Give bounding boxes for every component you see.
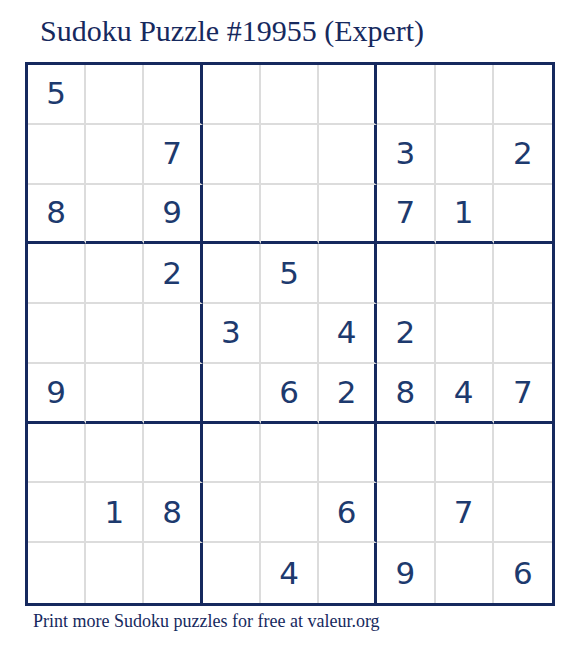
given-digit: 9	[396, 558, 416, 589]
cell-r3c2[interactable]	[86, 185, 144, 245]
cell-r4c2[interactable]	[86, 244, 144, 304]
cell-r7c4[interactable]	[203, 424, 261, 484]
cell-r6c2[interactable]	[86, 364, 144, 424]
cell-r6c9[interactable]: 7	[494, 364, 552, 424]
given-digit: 5	[279, 258, 299, 289]
given-digit: 7	[513, 377, 533, 408]
cell-r1c9[interactable]	[494, 65, 552, 125]
cell-r3c1[interactable]: 8	[28, 185, 86, 245]
cell-r3c9[interactable]	[494, 185, 552, 245]
cell-r8c7[interactable]	[377, 483, 435, 543]
given-digit: 7	[396, 197, 416, 228]
cell-r7c9[interactable]	[494, 424, 552, 484]
given-digit: 8	[396, 377, 416, 408]
cell-r9c9[interactable]: 6	[494, 543, 552, 603]
cell-r5c9[interactable]	[494, 304, 552, 364]
cell-r5c1[interactable]	[28, 304, 86, 364]
cell-r6c5[interactable]: 6	[261, 364, 319, 424]
cell-r9c1[interactable]	[28, 543, 86, 603]
cell-r9c5[interactable]: 4	[261, 543, 319, 603]
cell-r1c7[interactable]	[377, 65, 435, 125]
cell-r9c2[interactable]	[86, 543, 144, 603]
cell-r5c6[interactable]: 4	[319, 304, 377, 364]
cell-r1c1[interactable]: 5	[28, 65, 86, 125]
given-digit: 9	[162, 197, 182, 228]
cell-r5c3[interactable]	[144, 304, 202, 364]
cell-r4c5[interactable]: 5	[261, 244, 319, 304]
cell-r7c8[interactable]	[436, 424, 494, 484]
cell-r2c8[interactable]	[436, 125, 494, 185]
cell-r7c1[interactable]	[28, 424, 86, 484]
given-digit: 4	[337, 317, 357, 348]
cell-r2c3[interactable]: 7	[144, 125, 202, 185]
cell-r4c9[interactable]	[494, 244, 552, 304]
cell-r4c1[interactable]	[28, 244, 86, 304]
cell-r3c3[interactable]: 9	[144, 185, 202, 245]
cell-r6c4[interactable]	[203, 364, 261, 424]
cell-r8c6[interactable]: 6	[319, 483, 377, 543]
given-digit: 4	[279, 558, 299, 589]
cell-r4c7[interactable]	[377, 244, 435, 304]
cell-r4c4[interactable]	[203, 244, 261, 304]
cell-r3c6[interactable]	[319, 185, 377, 245]
cell-r4c8[interactable]	[436, 244, 494, 304]
given-digit: 1	[104, 497, 124, 528]
cell-r5c8[interactable]	[436, 304, 494, 364]
cell-r9c4[interactable]	[203, 543, 261, 603]
cell-r8c1[interactable]	[28, 483, 86, 543]
cell-r9c3[interactable]	[144, 543, 202, 603]
cell-r5c2[interactable]	[86, 304, 144, 364]
cell-r7c3[interactable]	[144, 424, 202, 484]
given-digit: 5	[46, 78, 66, 109]
cell-r2c7[interactable]: 3	[377, 125, 435, 185]
cell-r1c8[interactable]	[436, 65, 494, 125]
given-digit: 2	[337, 377, 357, 408]
given-digit: 6	[337, 497, 357, 528]
given-digit: 2	[162, 258, 182, 289]
given-digit: 2	[513, 138, 533, 169]
given-digit: 8	[46, 197, 66, 228]
given-digit: 8	[162, 497, 182, 528]
cell-r1c3[interactable]	[144, 65, 202, 125]
given-digit: 7	[454, 497, 474, 528]
cell-r8c8[interactable]: 7	[436, 483, 494, 543]
cell-r5c4[interactable]: 3	[203, 304, 261, 364]
cell-r4c6[interactable]	[319, 244, 377, 304]
cell-r9c6[interactable]	[319, 543, 377, 603]
cell-r6c7[interactable]: 8	[377, 364, 435, 424]
sudoku-grid: 57328971253429628471867496	[25, 62, 555, 606]
given-digit: 6	[279, 377, 299, 408]
cell-r8c9[interactable]	[494, 483, 552, 543]
given-digit: 1	[454, 197, 474, 228]
given-digit: 6	[513, 558, 533, 589]
cell-r8c3[interactable]: 8	[144, 483, 202, 543]
cell-r6c6[interactable]: 2	[319, 364, 377, 424]
cell-r7c6[interactable]	[319, 424, 377, 484]
cell-r8c5[interactable]	[261, 483, 319, 543]
cell-r3c8[interactable]: 1	[436, 185, 494, 245]
cell-r7c7[interactable]	[377, 424, 435, 484]
cell-r2c5[interactable]	[261, 125, 319, 185]
page: Sudoku Puzzle #19955 (Expert) 5732897125…	[0, 0, 580, 651]
footer-credit: Print more Sudoku puzzles for free at va…	[33, 611, 380, 632]
cell-r2c6[interactable]	[319, 125, 377, 185]
cell-r6c1[interactable]: 9	[28, 364, 86, 424]
cell-r5c5[interactable]	[261, 304, 319, 364]
given-digit: 3	[221, 317, 241, 348]
cell-r7c2[interactable]	[86, 424, 144, 484]
cell-r9c8[interactable]	[436, 543, 494, 603]
cell-r4c3[interactable]: 2	[144, 244, 202, 304]
cell-r2c9[interactable]: 2	[494, 125, 552, 185]
given-digit: 7	[162, 138, 182, 169]
given-digit: 4	[454, 377, 474, 408]
cell-r8c4[interactable]	[203, 483, 261, 543]
cell-r1c2[interactable]	[86, 65, 144, 125]
cell-r3c5[interactable]	[261, 185, 319, 245]
cell-r8c2[interactable]: 1	[86, 483, 144, 543]
cell-r1c4[interactable]	[203, 65, 261, 125]
given-digit: 3	[396, 138, 416, 169]
cell-r1c5[interactable]	[261, 65, 319, 125]
cell-r6c3[interactable]	[144, 364, 202, 424]
cell-r5c7[interactable]: 2	[377, 304, 435, 364]
cell-r2c4[interactable]	[203, 125, 261, 185]
cell-r6c8[interactable]: 4	[436, 364, 494, 424]
cell-r3c4[interactable]	[203, 185, 261, 245]
page-title: Sudoku Puzzle #19955 (Expert)	[40, 14, 424, 48]
cell-r2c2[interactable]	[86, 125, 144, 185]
cell-r1c6[interactable]	[319, 65, 377, 125]
cell-r3c7[interactable]: 7	[377, 185, 435, 245]
given-digit: 2	[396, 317, 416, 348]
cell-r7c5[interactable]	[261, 424, 319, 484]
cell-r9c7[interactable]: 9	[377, 543, 435, 603]
given-digit: 9	[46, 377, 66, 408]
cell-r2c1[interactable]	[28, 125, 86, 185]
